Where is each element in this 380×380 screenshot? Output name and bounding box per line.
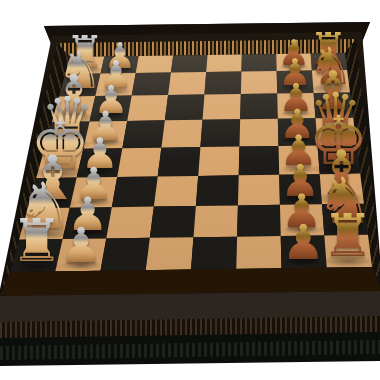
black-pawn-h7: ♟ [282,218,325,266]
chess-set-photo: Angled product photo of a black leather … [0,0,380,380]
black-rook-h8: ♜ [321,207,374,266]
white-pawn-h2: ♟ [60,221,103,269]
white-rook-h1: ♜ [10,211,63,270]
photo-caption: Angled product photo of a black leather … [0,0,1,1]
